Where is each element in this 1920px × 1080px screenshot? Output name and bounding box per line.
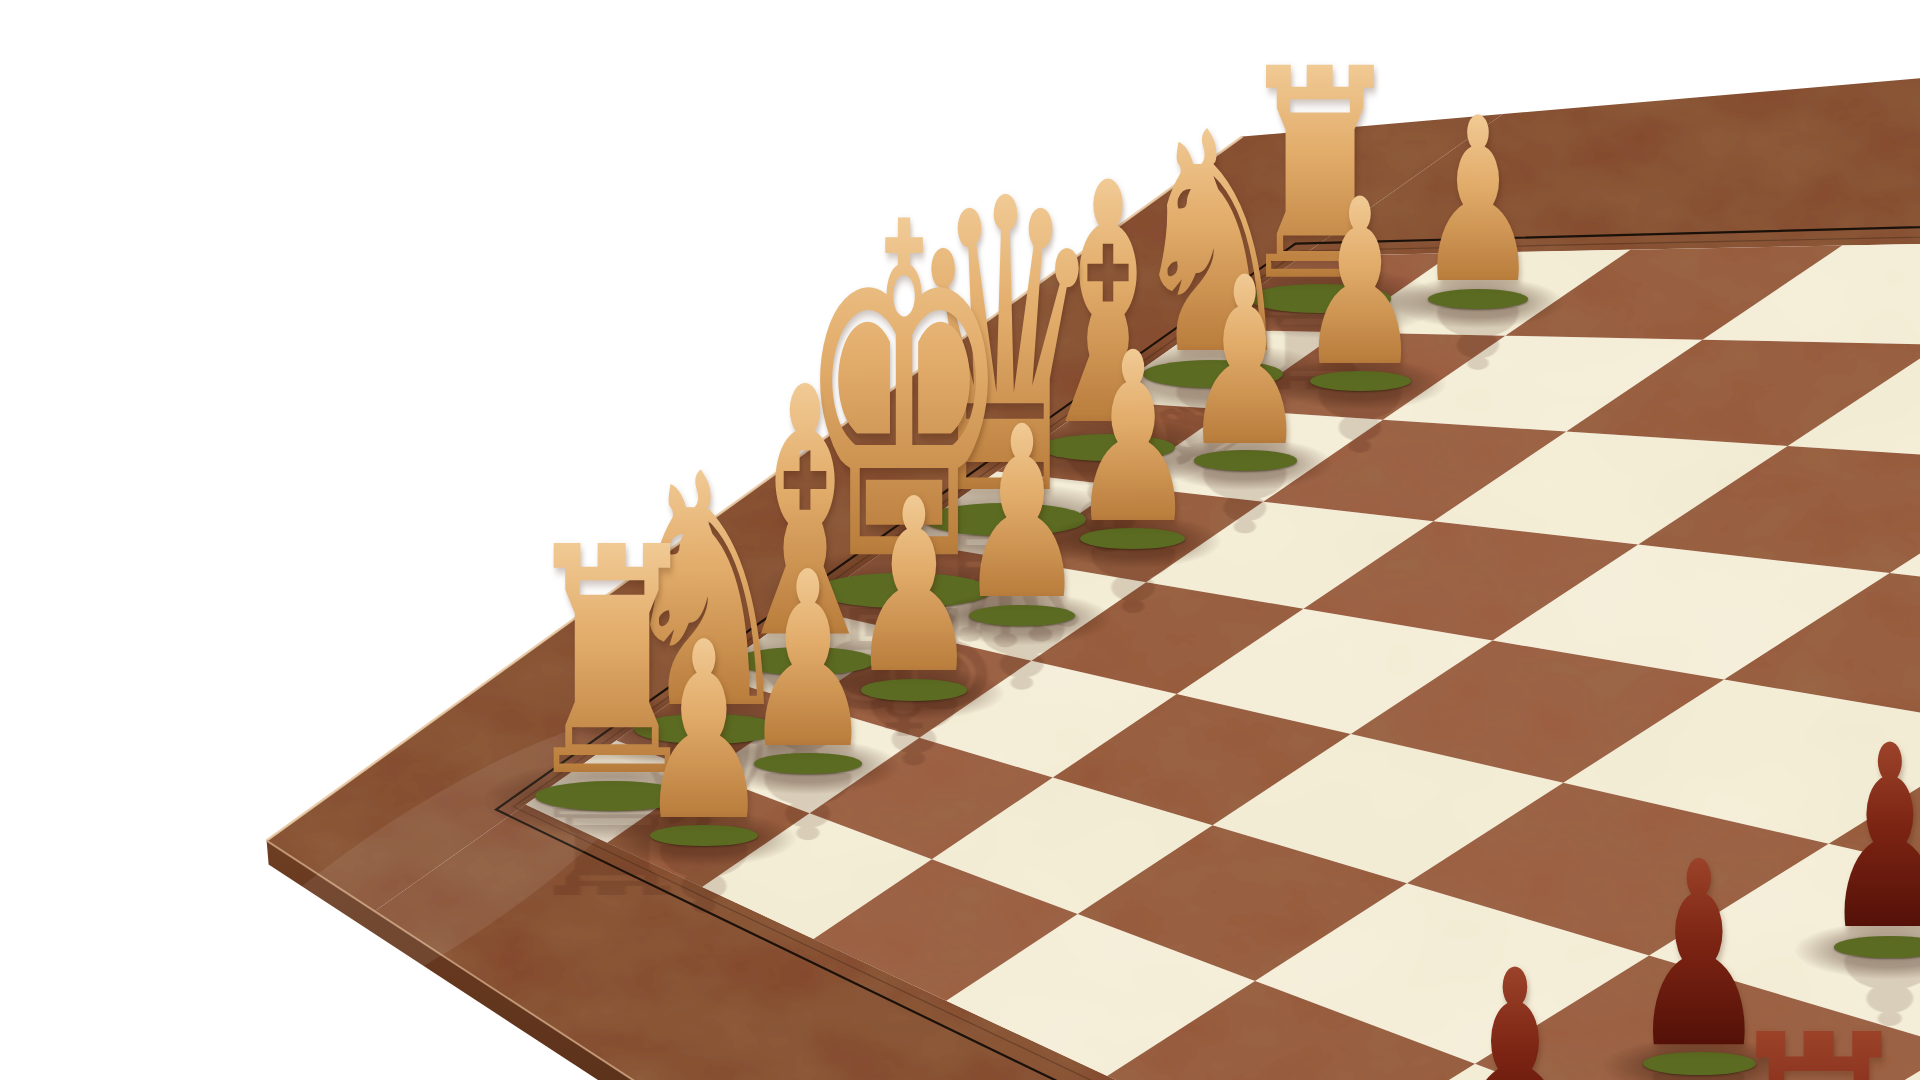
chess-board-photo: ♜♜♞♞♝♝♛♛♚♚♝♝♞♞♜♜♟♟♟♟♟♟♟♟♟♟♟♟♟♟♟♟♟♟♟♟♟♟♟♟… (0, 0, 1920, 1080)
piece-white-pawn-b2: ♟ (1299, 169, 1422, 399)
piece-black-rook-h8: ♜ (1719, 992, 1919, 1080)
piece-white-pawn-d2: ♟ (1069, 322, 1195, 557)
piece-black-pawn-h7: ♟ (1445, 938, 1584, 1080)
piece-white-pawn-c2: ♟ (1183, 246, 1308, 478)
piece-white-pawn-h2: ♟ (638, 609, 770, 854)
piece-white-pawn-a2: ♟ (1417, 90, 1539, 317)
piece-black-pawn-f7: ♟ (1822, 714, 1920, 967)
